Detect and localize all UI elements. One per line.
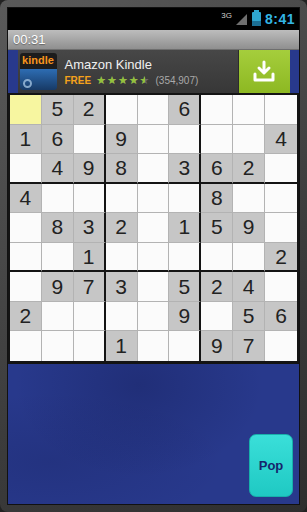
cell-r4c2[interactable]	[42, 184, 74, 214]
signal-strength-icon	[236, 14, 247, 25]
cell-r1c6[interactable]: 6	[169, 95, 201, 125]
cell-r1c5[interactable]	[138, 95, 170, 125]
cell-r4c9[interactable]	[265, 184, 297, 214]
cell-r2c5[interactable]	[138, 125, 170, 155]
cell-r9c5[interactable]	[138, 331, 170, 361]
cell-r5c1[interactable]	[10, 213, 42, 243]
cell-r7c7[interactable]: 2	[201, 272, 233, 302]
cell-r7c4[interactable]: 3	[106, 272, 138, 302]
cell-r6c5[interactable]	[138, 243, 170, 273]
ad-content[interactable]: kindle Amazon Kindle FREE ★★★★★ ★★★★★ (3…	[18, 50, 290, 93]
cell-r3c9[interactable]	[265, 154, 297, 184]
cell-r9c3[interactable]	[74, 331, 106, 361]
cell-r7c6[interactable]: 5	[169, 272, 201, 302]
app-screen: 3G 8:41 00:31 kindle Amazon Kindle FREE	[8, 8, 299, 504]
cell-r1c7[interactable]	[201, 95, 233, 125]
ad-text-block: Amazon Kindle FREE ★★★★★ ★★★★★ (354,907)	[65, 57, 199, 86]
cell-r6c8[interactable]	[233, 243, 265, 273]
cell-r8c4[interactable]	[106, 302, 138, 332]
cell-r3c8[interactable]: 2	[233, 154, 265, 184]
cell-r4c6[interactable]	[169, 184, 201, 214]
cell-r7c1[interactable]	[10, 272, 42, 302]
cell-r4c5[interactable]	[138, 184, 170, 214]
cell-r5c6[interactable]: 1	[169, 213, 201, 243]
cell-r5c3[interactable]: 3	[74, 213, 106, 243]
info-circle-icon	[23, 79, 32, 88]
cell-r3c2[interactable]: 4	[42, 154, 74, 184]
cell-r7c9[interactable]	[265, 272, 297, 302]
cell-r8c6[interactable]: 9	[169, 302, 201, 332]
ad-banner[interactable]: kindle Amazon Kindle FREE ★★★★★ ★★★★★ (3…	[8, 50, 299, 93]
cell-r5c4[interactable]: 2	[106, 213, 138, 243]
cell-r1c9[interactable]	[265, 95, 297, 125]
cell-r6c4[interactable]	[106, 243, 138, 273]
cell-r8c8[interactable]: 5	[233, 302, 265, 332]
cell-r5c5[interactable]	[138, 213, 170, 243]
status-clock: 8:41	[265, 11, 295, 27]
cell-r9c6[interactable]	[169, 331, 201, 361]
rating-stars-icon: ★★★★★ ★★★★★	[96, 75, 150, 86]
battery-icon	[252, 12, 261, 26]
cell-r6c6[interactable]	[169, 243, 201, 273]
ad-title[interactable]: Amazon Kindle	[65, 57, 199, 73]
cell-r1c4[interactable]	[106, 95, 138, 125]
kindle-app-icon[interactable]: kindle	[20, 53, 57, 90]
cell-r4c4[interactable]	[106, 184, 138, 214]
cell-r7c2[interactable]: 9	[42, 272, 74, 302]
cell-r3c5[interactable]	[138, 154, 170, 184]
cell-r4c3[interactable]	[74, 184, 106, 214]
cell-r2c8[interactable]	[233, 125, 265, 155]
cell-r8c5[interactable]	[138, 302, 170, 332]
ad-subline: FREE ★★★★★ ★★★★★ (354,907)	[65, 75, 199, 86]
cell-r6c9[interactable]: 2	[265, 243, 297, 273]
cell-r2c1[interactable]: 1	[10, 125, 42, 155]
cell-r6c3[interactable]: 1	[74, 243, 106, 273]
cell-r2c3[interactable]	[74, 125, 106, 155]
cell-r7c8[interactable]: 4	[233, 272, 265, 302]
cell-r9c8[interactable]: 7	[233, 331, 265, 361]
sudoku-board: 526169449836248832159129735242956197	[8, 93, 299, 363]
cell-r9c1[interactable]	[10, 331, 42, 361]
cell-r7c3[interactable]: 7	[74, 272, 106, 302]
cell-r9c4[interactable]: 1	[106, 331, 138, 361]
cell-r3c4[interactable]: 8	[106, 154, 138, 184]
cell-r2c6[interactable]	[169, 125, 201, 155]
pop-button[interactable]: Pop	[249, 434, 293, 497]
cell-r3c6[interactable]: 3	[169, 154, 201, 184]
ad-price: FREE	[65, 75, 92, 86]
cell-r3c7[interactable]: 6	[201, 154, 233, 184]
cell-r8c1[interactable]: 2	[10, 302, 42, 332]
cell-r5c9[interactable]	[265, 213, 297, 243]
cell-r1c1[interactable]	[10, 95, 42, 125]
cell-r4c1[interactable]: 4	[10, 184, 42, 214]
cell-r1c8[interactable]	[233, 95, 265, 125]
download-icon	[251, 59, 277, 85]
stars-filled-icon: ★★★★★	[96, 75, 145, 86]
cell-r8c2[interactable]	[42, 302, 74, 332]
kindle-logo-text: kindle	[20, 54, 57, 66]
cell-r2c2[interactable]: 6	[42, 125, 74, 155]
cell-r5c8[interactable]: 9	[233, 213, 265, 243]
cell-r3c1[interactable]	[10, 154, 42, 184]
cell-r2c7[interactable]	[201, 125, 233, 155]
cell-r4c7[interactable]: 8	[201, 184, 233, 214]
network-indicator: 3G	[221, 12, 232, 20]
cell-r8c3[interactable]	[74, 302, 106, 332]
cell-r8c9[interactable]: 6	[265, 302, 297, 332]
download-button[interactable]	[238, 50, 290, 93]
cell-r9c7[interactable]: 9	[201, 331, 233, 361]
timer-bar: 00:31	[8, 30, 299, 50]
cell-r2c9[interactable]: 4	[265, 125, 297, 155]
cell-r8c7[interactable]	[201, 302, 233, 332]
cell-r4c8[interactable]	[233, 184, 265, 214]
cell-r5c2[interactable]: 8	[42, 213, 74, 243]
cell-r2c4[interactable]: 9	[106, 125, 138, 155]
cell-r1c2[interactable]: 5	[42, 95, 74, 125]
status-bar: 3G 8:41	[8, 8, 299, 30]
cell-r6c7[interactable]	[201, 243, 233, 273]
cell-r9c9[interactable]	[265, 331, 297, 361]
device-frame: 3G 8:41 00:31 kindle Amazon Kindle FREE	[0, 0, 307, 512]
app-background: Pop	[8, 363, 299, 504]
cell-r9c2[interactable]	[42, 331, 74, 361]
cell-r6c2[interactable]	[42, 243, 74, 273]
cell-r7c5[interactable]	[138, 272, 170, 302]
cell-r1c3[interactable]: 2	[74, 95, 106, 125]
cell-r6c1[interactable]	[10, 243, 42, 273]
game-timer: 00:31	[13, 32, 46, 47]
rating-count: (354,907)	[155, 75, 198, 86]
cell-r5c7[interactable]: 5	[201, 213, 233, 243]
cell-r3c3[interactable]: 9	[74, 154, 106, 184]
